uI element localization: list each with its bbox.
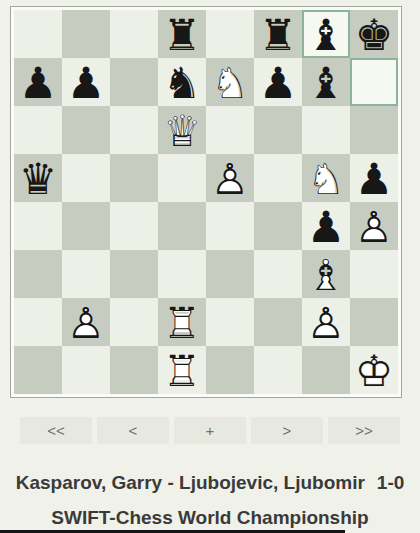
square-d5 (158, 154, 206, 202)
white-bishop: ♝︎♗︎ (302, 250, 350, 298)
white-queen: ♛︎♕︎ (158, 106, 206, 154)
square-b3 (62, 250, 110, 298)
square-b4 (62, 202, 110, 250)
square-a3 (14, 250, 62, 298)
square-e4 (206, 202, 254, 250)
square-e6 (206, 106, 254, 154)
square-b6 (62, 106, 110, 154)
square-e5: ♟︎♙︎ (206, 154, 254, 202)
game-header: Kasparov, Garry - Ljubojevic, Ljubomir1-… (0, 472, 420, 494)
nav-autoplay-button[interactable]: + (174, 417, 246, 444)
square-g4: ♟︎ (302, 202, 350, 250)
square-d3 (158, 250, 206, 298)
square-f2 (254, 298, 302, 346)
black-pawn: ♟︎ (350, 154, 398, 202)
square-c8 (110, 10, 158, 58)
square-e3 (206, 250, 254, 298)
square-d4 (158, 202, 206, 250)
square-h8: ♚︎ (350, 10, 398, 58)
black-pawn: ♟︎ (62, 58, 110, 106)
square-e8 (206, 10, 254, 58)
square-d6: ♛︎♕︎ (158, 106, 206, 154)
square-g3: ♝︎♗︎ (302, 250, 350, 298)
black-bishop: ♝︎ (302, 58, 350, 106)
black-pawn: ♟︎ (302, 202, 350, 250)
square-g7: ♝︎ (302, 58, 350, 106)
square-c3 (110, 250, 158, 298)
black-pawn: ♟︎ (254, 58, 302, 106)
square-f8: ♜︎ (254, 10, 302, 58)
square-a6 (14, 106, 62, 154)
square-g8: ♝︎ (302, 10, 350, 58)
black-pawn: ♟︎ (14, 58, 62, 106)
square-b2: ♟︎♙︎ (62, 298, 110, 346)
square-e2 (206, 298, 254, 346)
square-f5 (254, 154, 302, 202)
square-h6 (350, 106, 398, 154)
square-h2 (350, 298, 398, 346)
square-g6 (302, 106, 350, 154)
square-f7: ♟︎ (254, 58, 302, 106)
nav-next-button[interactable]: > (251, 417, 323, 444)
nav-controls: << < + > >> (20, 417, 400, 444)
square-b5 (62, 154, 110, 202)
square-f6 (254, 106, 302, 154)
square-g5: ♞︎♘︎ (302, 154, 350, 202)
chess-board: ♜︎♜︎♝︎♚︎♟︎♟︎♞︎♞︎♘︎♟︎♝︎♛︎♕︎♛︎♟︎♙︎♞︎♘︎♟︎♟︎… (10, 6, 402, 398)
white-rook: ♜︎♖︎ (158, 346, 206, 394)
game-result: 1-0 (377, 472, 404, 493)
square-a1 (14, 346, 62, 394)
square-d8: ♜︎ (158, 10, 206, 58)
square-a4 (14, 202, 62, 250)
square-a2 (14, 298, 62, 346)
white-knight: ♞︎♘︎ (302, 154, 350, 202)
square-f4 (254, 202, 302, 250)
black-knight: ♞︎ (158, 58, 206, 106)
square-h1: ♚︎♔︎ (350, 346, 398, 394)
square-h7 (350, 58, 398, 106)
square-c7 (110, 58, 158, 106)
white-king: ♚︎♔︎ (350, 346, 398, 394)
square-c4 (110, 202, 158, 250)
black-rook: ♜︎ (254, 10, 302, 58)
square-g2: ♟︎♙︎ (302, 298, 350, 346)
square-c1 (110, 346, 158, 394)
black-king: ♚︎ (350, 10, 398, 58)
black-rook: ♜︎ (158, 10, 206, 58)
nav-prev-button[interactable]: < (97, 417, 169, 444)
square-d7: ♞︎ (158, 58, 206, 106)
white-pawn: ♟︎♙︎ (206, 154, 254, 202)
square-g1 (302, 346, 350, 394)
square-e7: ♞︎♘︎ (206, 58, 254, 106)
square-f1 (254, 346, 302, 394)
white-pawn: ♟︎♙︎ (62, 298, 110, 346)
square-c2 (110, 298, 158, 346)
white-pawn: ♟︎♙︎ (302, 298, 350, 346)
nav-first-button[interactable]: << (20, 417, 92, 444)
white-knight: ♞︎♘︎ (206, 58, 254, 106)
square-d1: ♜︎♖︎ (158, 346, 206, 394)
black-queen: ♛︎ (14, 154, 62, 202)
square-a7: ♟︎ (14, 58, 62, 106)
black-bishop: ♝︎ (302, 10, 350, 58)
square-b7: ♟︎ (62, 58, 110, 106)
white-pawn: ♟︎♙︎ (350, 202, 398, 250)
players-names: Kasparov, Garry - Ljubojevic, Ljubomir (16, 472, 365, 493)
square-c6 (110, 106, 158, 154)
square-a5: ♛︎ (14, 154, 62, 202)
event-title: SWIFT-Chess World Championship (0, 507, 420, 529)
square-e1 (206, 346, 254, 394)
square-h4: ♟︎♙︎ (350, 202, 398, 250)
white-rook: ♜︎♖︎ (158, 298, 206, 346)
square-h3 (350, 250, 398, 298)
square-a8 (14, 10, 62, 58)
board-grid: ♜︎♜︎♝︎♚︎♟︎♟︎♞︎♞︎♘︎♟︎♝︎♛︎♕︎♛︎♟︎♙︎♞︎♘︎♟︎♟︎… (14, 10, 398, 394)
nav-last-button[interactable]: >> (328, 417, 400, 444)
square-h5: ♟︎ (350, 154, 398, 202)
square-b1 (62, 346, 110, 394)
square-f3 (254, 250, 302, 298)
square-c5 (110, 154, 158, 202)
square-d2: ♜︎♖︎ (158, 298, 206, 346)
square-b8 (62, 10, 110, 58)
